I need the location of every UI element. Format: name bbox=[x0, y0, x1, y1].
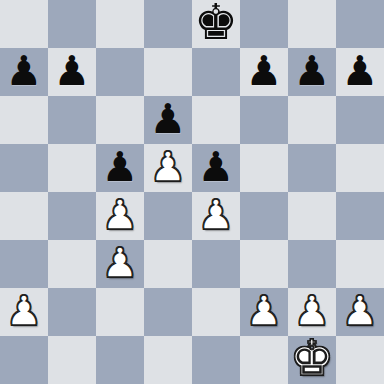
white-pawn[interactable]: ♟ bbox=[198, 195, 235, 236]
square-d6[interactable]: ♟ bbox=[144, 96, 192, 144]
white-pawn[interactable]: ♟ bbox=[6, 291, 43, 332]
black-pawn[interactable]: ♟ bbox=[246, 51, 283, 92]
square-f1[interactable] bbox=[240, 336, 288, 384]
square-b8[interactable] bbox=[48, 0, 96, 48]
square-h2[interactable]: ♟ bbox=[336, 288, 384, 336]
square-b5[interactable] bbox=[48, 144, 96, 192]
white-king[interactable]: ♚ bbox=[290, 334, 334, 383]
square-a8[interactable] bbox=[0, 0, 48, 48]
square-c1[interactable] bbox=[96, 336, 144, 384]
square-d2[interactable] bbox=[144, 288, 192, 336]
square-g5[interactable] bbox=[288, 144, 336, 192]
black-pawn[interactable]: ♟ bbox=[294, 51, 331, 92]
white-pawn[interactable]: ♟ bbox=[294, 291, 331, 332]
square-e7[interactable] bbox=[192, 48, 240, 96]
black-pawn[interactable]: ♟ bbox=[150, 99, 187, 140]
square-e3[interactable] bbox=[192, 240, 240, 288]
square-f4[interactable] bbox=[240, 192, 288, 240]
square-h6[interactable] bbox=[336, 96, 384, 144]
square-g4[interactable] bbox=[288, 192, 336, 240]
white-pawn[interactable]: ♟ bbox=[150, 147, 187, 188]
square-c6[interactable] bbox=[96, 96, 144, 144]
square-e1[interactable] bbox=[192, 336, 240, 384]
square-f6[interactable] bbox=[240, 96, 288, 144]
square-b4[interactable] bbox=[48, 192, 96, 240]
black-pawn[interactable]: ♟ bbox=[198, 147, 235, 188]
square-c3[interactable]: ♟ bbox=[96, 240, 144, 288]
square-d5[interactable]: ♟ bbox=[144, 144, 192, 192]
square-d4[interactable] bbox=[144, 192, 192, 240]
black-king[interactable]: ♚ bbox=[194, 0, 238, 47]
square-a7[interactable]: ♟ bbox=[0, 48, 48, 96]
square-e5[interactable]: ♟ bbox=[192, 144, 240, 192]
square-e2[interactable] bbox=[192, 288, 240, 336]
square-g8[interactable] bbox=[288, 0, 336, 48]
black-pawn[interactable]: ♟ bbox=[342, 51, 379, 92]
square-b1[interactable] bbox=[48, 336, 96, 384]
square-e6[interactable] bbox=[192, 96, 240, 144]
square-d1[interactable] bbox=[144, 336, 192, 384]
square-e8[interactable]: ♚ bbox=[192, 0, 240, 48]
square-f2[interactable]: ♟ bbox=[240, 288, 288, 336]
square-d7[interactable] bbox=[144, 48, 192, 96]
square-b7[interactable]: ♟ bbox=[48, 48, 96, 96]
chess-board: ♚♟♟♟♟♟♟♟♟♟♟♟♟♟♟♟♟♚ bbox=[0, 0, 384, 384]
square-h1[interactable] bbox=[336, 336, 384, 384]
square-g7[interactable]: ♟ bbox=[288, 48, 336, 96]
white-pawn[interactable]: ♟ bbox=[102, 243, 139, 284]
square-a4[interactable] bbox=[0, 192, 48, 240]
black-pawn[interactable]: ♟ bbox=[6, 51, 43, 92]
square-h7[interactable]: ♟ bbox=[336, 48, 384, 96]
white-pawn[interactable]: ♟ bbox=[102, 195, 139, 236]
square-c8[interactable] bbox=[96, 0, 144, 48]
square-b2[interactable] bbox=[48, 288, 96, 336]
square-g1[interactable]: ♚ bbox=[288, 336, 336, 384]
white-pawn[interactable]: ♟ bbox=[246, 291, 283, 332]
black-pawn[interactable]: ♟ bbox=[54, 51, 91, 92]
square-g3[interactable] bbox=[288, 240, 336, 288]
square-h5[interactable] bbox=[336, 144, 384, 192]
square-b6[interactable] bbox=[48, 96, 96, 144]
square-h4[interactable] bbox=[336, 192, 384, 240]
square-d8[interactable] bbox=[144, 0, 192, 48]
square-b3[interactable] bbox=[48, 240, 96, 288]
square-a1[interactable] bbox=[0, 336, 48, 384]
square-c4[interactable]: ♟ bbox=[96, 192, 144, 240]
black-pawn[interactable]: ♟ bbox=[102, 147, 139, 188]
square-f5[interactable] bbox=[240, 144, 288, 192]
square-c7[interactable] bbox=[96, 48, 144, 96]
square-f7[interactable]: ♟ bbox=[240, 48, 288, 96]
square-g6[interactable] bbox=[288, 96, 336, 144]
square-a3[interactable] bbox=[0, 240, 48, 288]
square-f3[interactable] bbox=[240, 240, 288, 288]
square-d3[interactable] bbox=[144, 240, 192, 288]
square-e4[interactable]: ♟ bbox=[192, 192, 240, 240]
square-c5[interactable]: ♟ bbox=[96, 144, 144, 192]
square-a2[interactable]: ♟ bbox=[0, 288, 48, 336]
square-h3[interactable] bbox=[336, 240, 384, 288]
square-c2[interactable] bbox=[96, 288, 144, 336]
square-f8[interactable] bbox=[240, 0, 288, 48]
square-a6[interactable] bbox=[0, 96, 48, 144]
white-pawn[interactable]: ♟ bbox=[342, 291, 379, 332]
square-a5[interactable] bbox=[0, 144, 48, 192]
square-h8[interactable] bbox=[336, 0, 384, 48]
